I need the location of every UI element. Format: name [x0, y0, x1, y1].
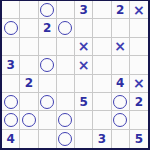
- cell-r3c5[interactable]: ×: [75, 38, 93, 56]
- cell-r6c8[interactable]: 2: [130, 93, 148, 111]
- cell-r2c3[interactable]: 2: [39, 19, 57, 37]
- circle-mark-icon: [22, 113, 36, 127]
- cell-r6c7[interactable]: [112, 93, 130, 111]
- given-number: 2: [135, 96, 143, 108]
- cell-r1c6[interactable]: [93, 1, 111, 19]
- cell-r2c5[interactable]: [75, 19, 93, 37]
- cell-r3c2[interactable]: [20, 38, 38, 56]
- circle-mark-icon: [58, 132, 72, 146]
- cell-r8c2[interactable]: [20, 130, 38, 148]
- cell-r4c1[interactable]: 3: [2, 56, 20, 74]
- cell-r3c8[interactable]: [130, 38, 148, 56]
- cell-r1c2[interactable]: [20, 1, 38, 19]
- cell-r3c7[interactable]: ×: [112, 38, 130, 56]
- cell-r4c4[interactable]: [57, 56, 75, 74]
- cell-r6c5[interactable]: 5: [75, 93, 93, 111]
- cell-r2c1[interactable]: [2, 19, 20, 37]
- cell-r4c7[interactable]: [112, 56, 130, 74]
- cell-r3c6[interactable]: [93, 38, 111, 56]
- cross-mark-icon: ×: [114, 39, 126, 53]
- cell-r7c3[interactable]: [39, 111, 57, 129]
- cell-r5c8[interactable]: ×: [130, 75, 148, 93]
- cell-r2c4[interactable]: [57, 19, 75, 37]
- cell-r6c6[interactable]: [93, 93, 111, 111]
- given-number: 5: [135, 133, 143, 145]
- cell-r4c3[interactable]: [39, 56, 57, 74]
- given-number: 4: [116, 77, 124, 89]
- cell-r5c7[interactable]: 4: [112, 75, 130, 93]
- cell-r2c6[interactable]: [93, 19, 111, 37]
- given-number: 2: [43, 22, 51, 34]
- given-number: 5: [79, 96, 87, 108]
- cross-mark-icon: ×: [78, 57, 90, 71]
- circle-mark-icon: [4, 113, 18, 127]
- circle-mark-icon: [40, 58, 54, 72]
- given-number: 2: [25, 77, 33, 89]
- cell-r8c4[interactable]: [57, 130, 75, 148]
- given-number: 3: [79, 4, 87, 16]
- cell-r5c6[interactable]: [93, 75, 111, 93]
- cell-r4c2[interactable]: [20, 56, 38, 74]
- cell-r5c3[interactable]: [39, 75, 57, 93]
- circle-mark-icon: [4, 21, 18, 35]
- cell-r5c5[interactable]: [75, 75, 93, 93]
- nanbaboru-board: 32×2××3×24×52435: [0, 0, 150, 150]
- circle-mark-icon: [4, 95, 18, 109]
- given-number: 4: [6, 133, 14, 145]
- circle-mark-icon: [113, 113, 127, 127]
- cell-r5c1[interactable]: [2, 75, 20, 93]
- cell-r7c1[interactable]: [2, 111, 20, 129]
- cross-mark-icon: ×: [78, 39, 90, 53]
- cell-r1c3[interactable]: [39, 1, 57, 19]
- cross-mark-icon: ×: [133, 76, 145, 90]
- cell-r2c2[interactable]: [20, 19, 38, 37]
- cell-r8c7[interactable]: [112, 130, 130, 148]
- cell-r6c4[interactable]: [57, 93, 75, 111]
- cell-r8c3[interactable]: [39, 130, 57, 148]
- cell-r7c5[interactable]: [75, 111, 93, 129]
- cell-r8c5[interactable]: [75, 130, 93, 148]
- cell-r4c8[interactable]: [130, 56, 148, 74]
- circle-mark-icon: [58, 21, 72, 35]
- given-number: 3: [6, 59, 14, 71]
- cell-r6c2[interactable]: [20, 93, 38, 111]
- cell-r4c6[interactable]: [93, 56, 111, 74]
- cell-r3c1[interactable]: [2, 38, 20, 56]
- given-number: 3: [98, 133, 106, 145]
- cell-r3c3[interactable]: [39, 38, 57, 56]
- cell-r1c8[interactable]: ×: [130, 1, 148, 19]
- cell-r8c8[interactable]: 5: [130, 130, 148, 148]
- cell-r8c1[interactable]: 4: [2, 130, 20, 148]
- cell-r6c3[interactable]: [39, 93, 57, 111]
- cell-r1c4[interactable]: [57, 1, 75, 19]
- cell-r7c7[interactable]: [112, 111, 130, 129]
- cell-r3c4[interactable]: [57, 38, 75, 56]
- cell-r1c7[interactable]: 2: [112, 1, 130, 19]
- cell-r8c6[interactable]: 3: [93, 130, 111, 148]
- given-number: 2: [116, 4, 124, 16]
- cell-r7c8[interactable]: [130, 111, 148, 129]
- cell-r2c8[interactable]: [130, 19, 148, 37]
- cell-r7c2[interactable]: [20, 111, 38, 129]
- cell-r7c6[interactable]: [93, 111, 111, 129]
- cross-mark-icon: ×: [133, 2, 145, 16]
- circle-mark-icon: [40, 95, 54, 109]
- cell-r2c7[interactable]: [112, 19, 130, 37]
- cell-r6c1[interactable]: [2, 93, 20, 111]
- cell-r1c5[interactable]: 3: [75, 1, 93, 19]
- cell-r5c4[interactable]: [57, 75, 75, 93]
- circle-mark-icon: [113, 95, 127, 109]
- circle-mark-icon: [58, 113, 72, 127]
- cell-r7c4[interactable]: [57, 111, 75, 129]
- circle-mark-icon: [40, 3, 54, 17]
- cell-r1c1[interactable]: [2, 1, 20, 19]
- cell-r5c2[interactable]: 2: [20, 75, 38, 93]
- cell-r4c5[interactable]: ×: [75, 56, 93, 74]
